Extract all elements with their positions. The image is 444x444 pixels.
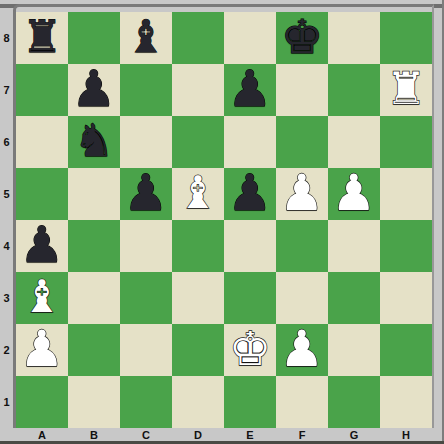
square-a3[interactable]: ♝ [16, 272, 68, 324]
square-d8[interactable] [172, 12, 224, 64]
square-b3[interactable] [68, 272, 120, 324]
square-d1[interactable] [172, 376, 224, 428]
square-f1[interactable] [276, 376, 328, 428]
square-f4[interactable] [276, 220, 328, 272]
square-g6[interactable] [328, 116, 380, 168]
square-h2[interactable] [380, 324, 432, 376]
square-d3[interactable] [172, 272, 224, 324]
square-b5[interactable] [68, 168, 120, 220]
rank-label-6: 6 [0, 116, 13, 168]
square-f2[interactable]: ♟ [276, 324, 328, 376]
rank-label-7: 7 [0, 64, 13, 116]
square-h1[interactable] [380, 376, 432, 428]
file-label-f: F [276, 428, 328, 442]
rank-label-1: 1 [0, 376, 13, 428]
piece-black-pawn[interactable]: ♟ [20, 220, 65, 271]
square-c5[interactable]: ♟ [120, 168, 172, 220]
square-c4[interactable] [120, 220, 172, 272]
square-g1[interactable] [328, 376, 380, 428]
square-c3[interactable] [120, 272, 172, 324]
square-a1[interactable] [16, 376, 68, 428]
board-frame: ♜♝♚♟♟♜♞♟♝♟♟♟♟♝♟♚♟ [13, 4, 434, 428]
square-b7[interactable]: ♟ [68, 64, 120, 116]
piece-white-bishop[interactable]: ♝ [178, 168, 218, 219]
file-label-d: D [172, 428, 224, 442]
piece-black-pawn[interactable]: ♟ [228, 64, 273, 115]
file-label-b: B [68, 428, 120, 442]
square-a6[interactable] [16, 116, 68, 168]
piece-black-rook[interactable]: ♜ [22, 12, 62, 63]
square-b2[interactable] [68, 324, 120, 376]
square-a8[interactable]: ♜ [16, 12, 68, 64]
square-e1[interactable] [224, 376, 276, 428]
square-g8[interactable] [328, 12, 380, 64]
square-h5[interactable] [380, 168, 432, 220]
rank-labels: 87654321 [0, 12, 13, 428]
square-c2[interactable] [120, 324, 172, 376]
piece-white-bishop[interactable]: ♝ [22, 272, 62, 323]
square-b6[interactable]: ♞ [68, 116, 120, 168]
square-g2[interactable] [328, 324, 380, 376]
piece-white-pawn[interactable]: ♟ [280, 168, 325, 219]
file-label-c: C [120, 428, 172, 442]
square-e5[interactable]: ♟ [224, 168, 276, 220]
square-c7[interactable] [120, 64, 172, 116]
rank-label-4: 4 [0, 220, 13, 272]
rank-label-8: 8 [0, 12, 13, 64]
rank-label-3: 3 [0, 272, 13, 324]
square-f6[interactable] [276, 116, 328, 168]
rank-label-5: 5 [0, 168, 13, 220]
square-h8[interactable] [380, 12, 432, 64]
rank-label-2: 2 [0, 324, 13, 376]
square-f7[interactable] [276, 64, 328, 116]
chess-board-window: 87654321 ♜♝♚♟♟♜♞♟♝♟♟♟♟♝♟♚♟ ABCDEFGH [0, 0, 444, 444]
square-c8[interactable]: ♝ [120, 12, 172, 64]
square-d2[interactable] [172, 324, 224, 376]
piece-black-pawn[interactable]: ♟ [72, 64, 117, 115]
square-e3[interactable] [224, 272, 276, 324]
file-label-e: E [224, 428, 276, 442]
square-e4[interactable] [224, 220, 276, 272]
square-f8[interactable]: ♚ [276, 12, 328, 64]
piece-black-knight[interactable]: ♞ [74, 116, 114, 167]
square-a7[interactable] [16, 64, 68, 116]
piece-black-king[interactable]: ♚ [281, 12, 323, 63]
piece-black-pawn[interactable]: ♟ [124, 168, 169, 219]
square-h4[interactable] [380, 220, 432, 272]
file-labels: ABCDEFGH [16, 428, 432, 442]
piece-white-pawn[interactable]: ♟ [332, 168, 377, 219]
piece-white-rook[interactable]: ♜ [386, 64, 426, 115]
square-a5[interactable] [16, 168, 68, 220]
square-e2[interactable]: ♚ [224, 324, 276, 376]
square-d5[interactable]: ♝ [172, 168, 224, 220]
square-d6[interactable] [172, 116, 224, 168]
piece-white-pawn[interactable]: ♟ [280, 324, 325, 375]
square-h7[interactable]: ♜ [380, 64, 432, 116]
square-g3[interactable] [328, 272, 380, 324]
square-e8[interactable] [224, 12, 276, 64]
square-d7[interactable] [172, 64, 224, 116]
square-e6[interactable] [224, 116, 276, 168]
square-d4[interactable] [172, 220, 224, 272]
file-label-h: H [380, 428, 432, 442]
file-label-a: A [16, 428, 68, 442]
square-b8[interactable] [68, 12, 120, 64]
piece-black-pawn[interactable]: ♟ [228, 168, 273, 219]
square-c1[interactable] [120, 376, 172, 428]
square-h6[interactable] [380, 116, 432, 168]
square-g5[interactable]: ♟ [328, 168, 380, 220]
square-h3[interactable] [380, 272, 432, 324]
piece-white-pawn[interactable]: ♟ [20, 324, 65, 375]
square-b1[interactable] [68, 376, 120, 428]
square-g4[interactable] [328, 220, 380, 272]
square-c6[interactable] [120, 116, 172, 168]
square-b4[interactable] [68, 220, 120, 272]
piece-white-king[interactable]: ♚ [229, 324, 271, 375]
board: ♜♝♚♟♟♜♞♟♝♟♟♟♟♝♟♚♟ [16, 12, 432, 428]
piece-black-bishop[interactable]: ♝ [126, 12, 166, 63]
square-f3[interactable] [276, 272, 328, 324]
square-f5[interactable]: ♟ [276, 168, 328, 220]
file-label-g: G [328, 428, 380, 442]
square-e7[interactable]: ♟ [224, 64, 276, 116]
square-g7[interactable] [328, 64, 380, 116]
square-a2[interactable]: ♟ [16, 324, 68, 376]
square-a4[interactable]: ♟ [16, 220, 68, 272]
